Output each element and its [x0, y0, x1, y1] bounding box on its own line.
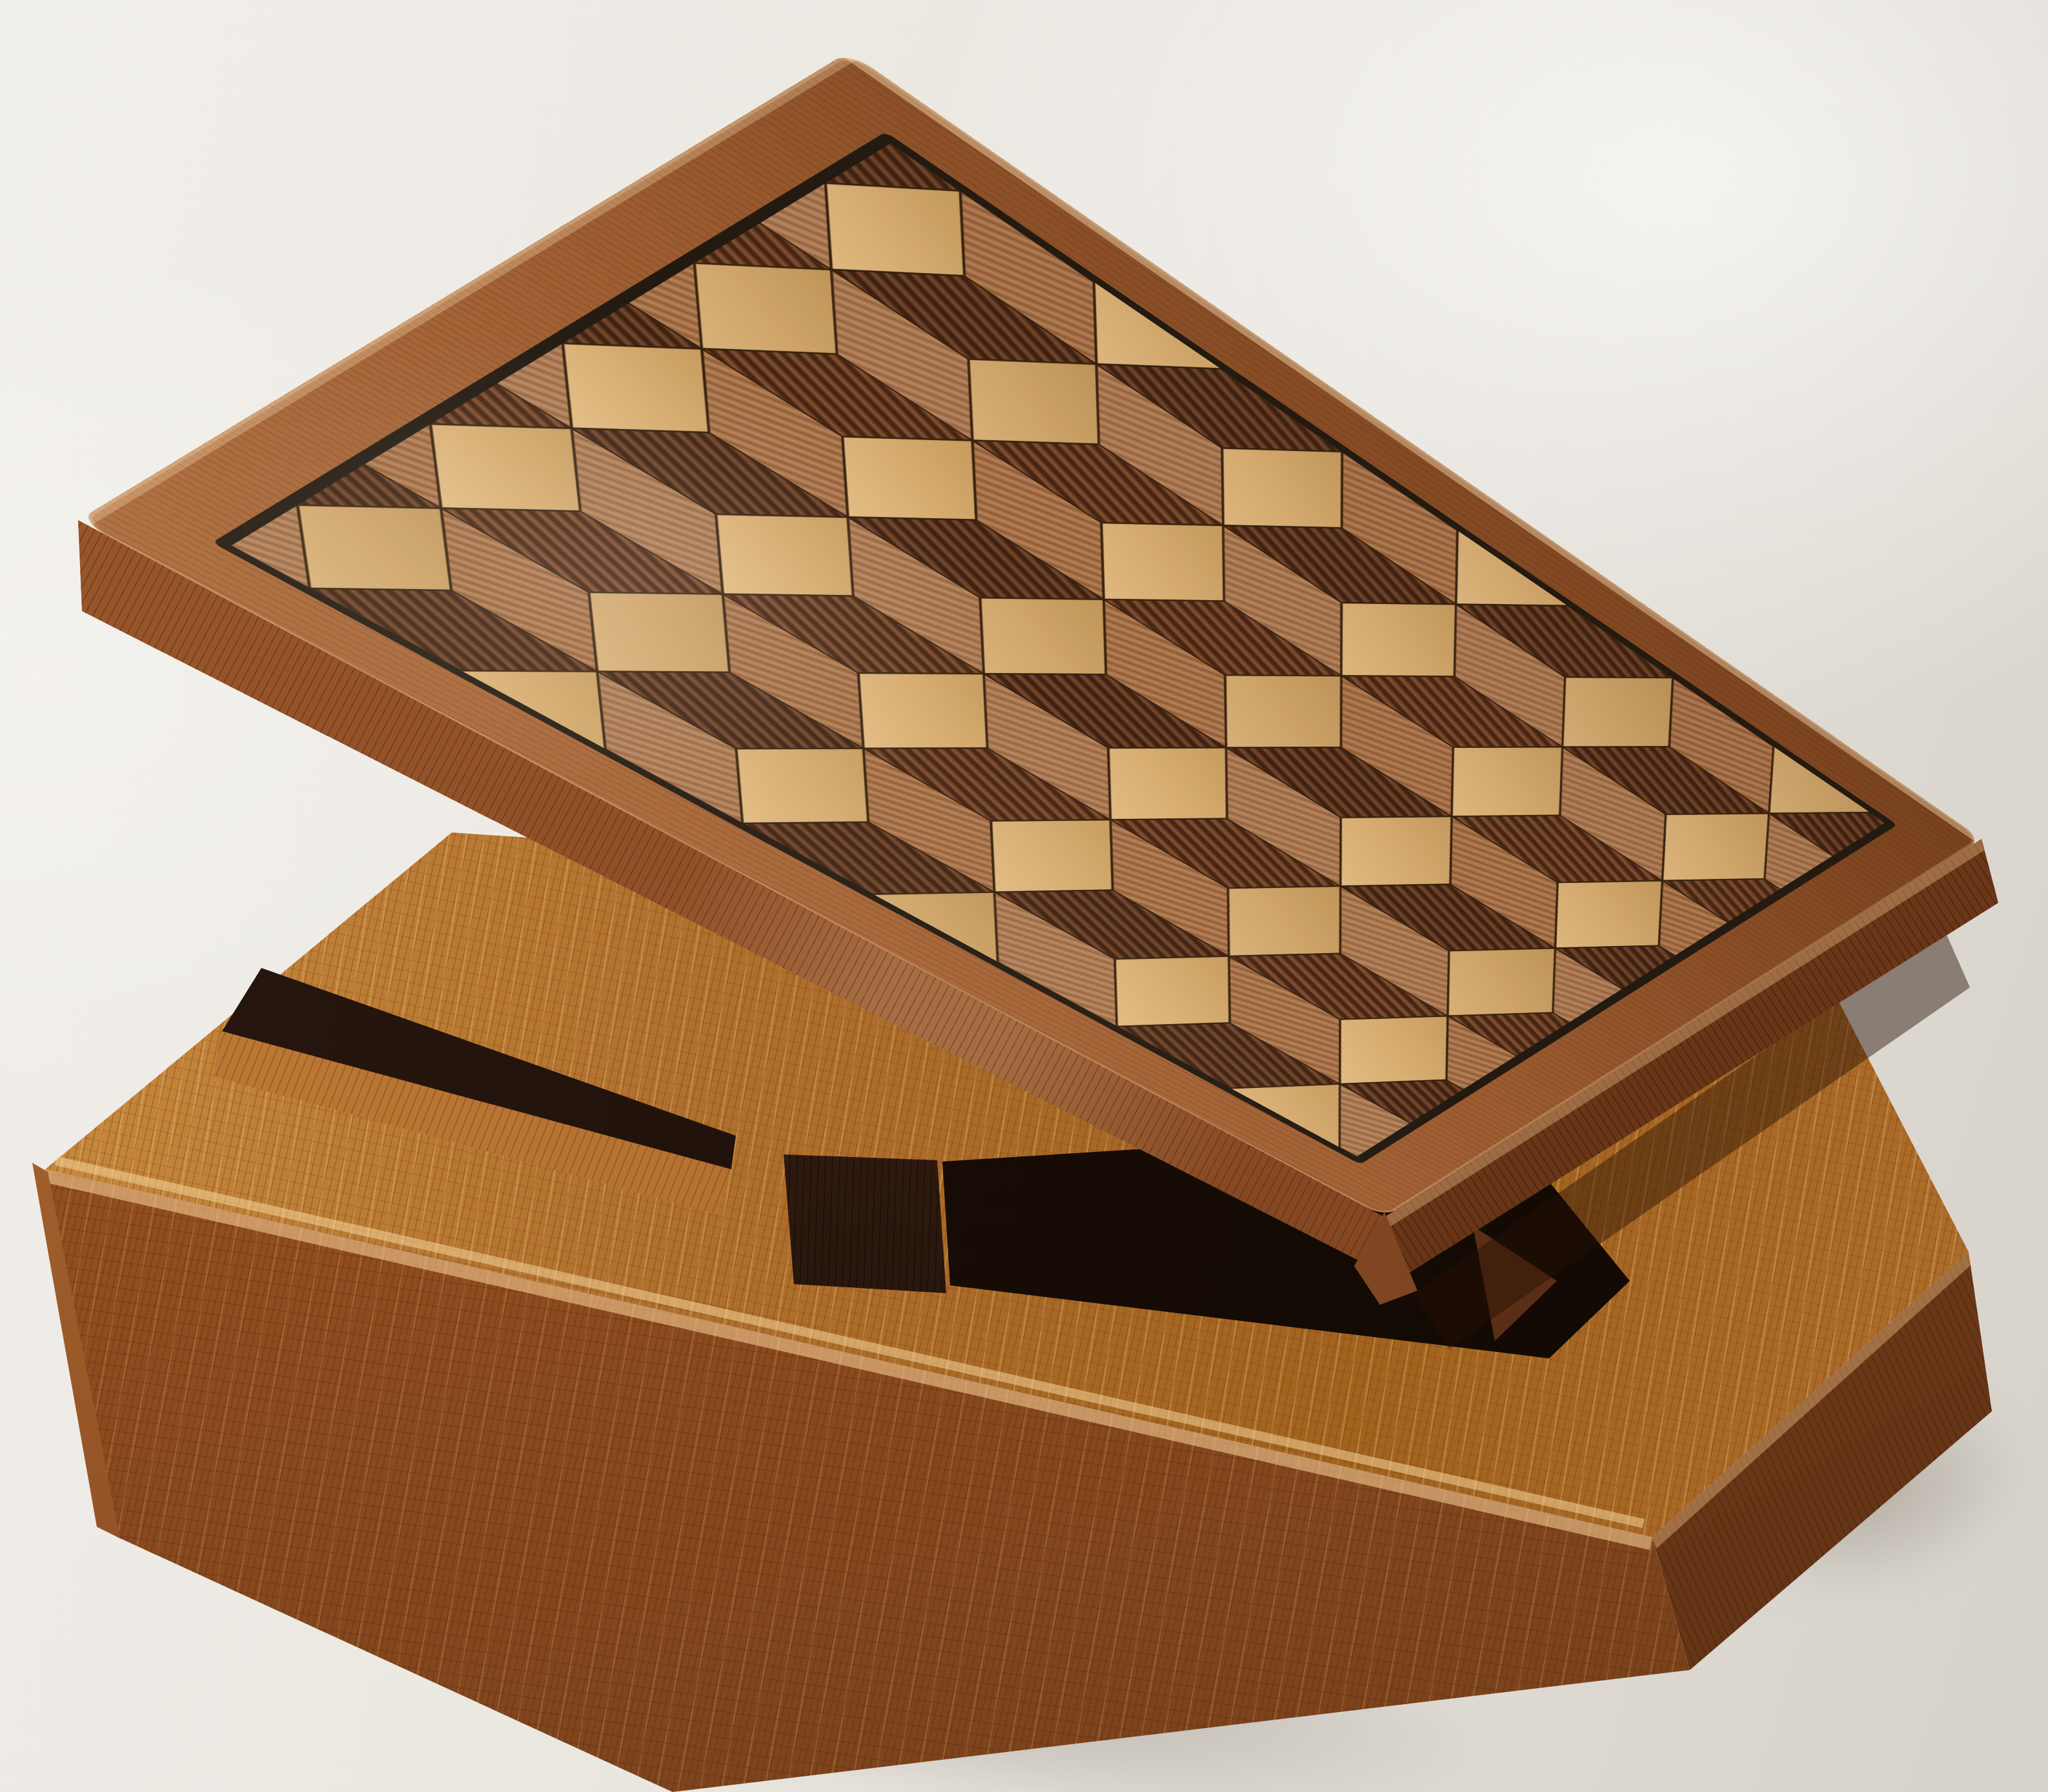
marquetry-box-photo — [0, 0, 2048, 1792]
